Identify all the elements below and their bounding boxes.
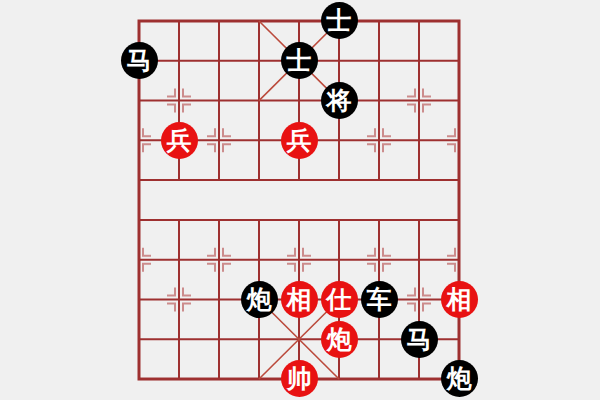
red-cannon[interactable]: 炮 bbox=[321, 321, 358, 358]
red-elephant[interactable]: 相 bbox=[281, 281, 318, 318]
black-horse[interactable]: 马 bbox=[121, 42, 158, 79]
xiangqi-board: 士马士将兵兵炮相仕车相炮马帅炮 bbox=[119, 1, 479, 399]
black-cannon[interactable]: 炮 bbox=[241, 281, 278, 318]
black-chariot[interactable]: 车 bbox=[361, 281, 398, 318]
red-general[interactable]: 帅 bbox=[281, 360, 318, 397]
black-advisor[interactable]: 士 bbox=[321, 2, 358, 39]
red-soldier[interactable]: 兵 bbox=[281, 122, 318, 159]
black-horse[interactable]: 马 bbox=[401, 321, 438, 358]
black-general[interactable]: 将 bbox=[321, 82, 358, 119]
red-soldier[interactable]: 兵 bbox=[161, 122, 198, 159]
red-advisor[interactable]: 仕 bbox=[321, 281, 358, 318]
black-cannon[interactable]: 炮 bbox=[441, 360, 478, 397]
xiangqi-diagram: 士马士将兵兵炮相仕车相炮马帅炮 bbox=[0, 0, 600, 400]
red-elephant[interactable]: 相 bbox=[441, 281, 478, 318]
black-advisor[interactable]: 士 bbox=[281, 42, 318, 79]
